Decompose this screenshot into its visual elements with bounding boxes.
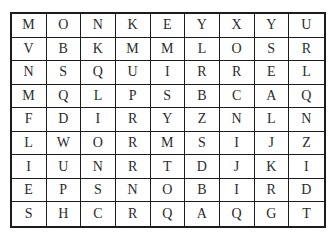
- grid-cell-r4c7[interactable]: C: [220, 85, 255, 109]
- grid-cell-r4c8[interactable]: A: [255, 85, 290, 109]
- grid-cell-r3c8[interactable]: E: [255, 61, 290, 85]
- grid-cell-r5c1[interactable]: F: [12, 108, 47, 132]
- grid-cell-r1c6[interactable]: Y: [185, 14, 220, 38]
- grid-cell-r9c4[interactable]: R: [116, 202, 151, 226]
- cell-letter: B: [197, 89, 207, 103]
- word-search-grid: MONKEYXYUVBKMMLOSRNSQUIRRELMQLPSBCAQFDIR…: [10, 12, 326, 228]
- grid-cell-r9c7[interactable]: Q: [220, 202, 255, 226]
- grid-cell-r6c8[interactable]: J: [255, 132, 290, 156]
- cell-letter: N: [301, 112, 312, 126]
- cell-letter: H: [58, 207, 69, 221]
- cell-letter: C: [232, 89, 242, 103]
- grid-cell-r9c2[interactable]: H: [47, 202, 82, 226]
- cell-letter: J: [234, 160, 240, 174]
- grid-cell-r2c4[interactable]: M: [116, 38, 151, 62]
- grid-cell-r6c9[interactable]: Z: [289, 132, 324, 156]
- grid-cell-r4c4[interactable]: P: [116, 85, 151, 109]
- grid-cell-r9c9[interactable]: T: [289, 202, 324, 226]
- cell-letter: M: [161, 136, 174, 150]
- cell-letter: A: [197, 207, 208, 221]
- grid-cell-r2c1[interactable]: V: [12, 38, 47, 62]
- grid-cell-r6c1[interactable]: L: [12, 132, 47, 156]
- cell-letter: E: [163, 18, 172, 32]
- grid-cell-r2c6[interactable]: L: [185, 38, 220, 62]
- grid-cell-r7c9[interactable]: I: [289, 155, 324, 179]
- grid-cell-r8c8[interactable]: R: [255, 179, 290, 203]
- cell-letter: R: [128, 112, 138, 126]
- grid-cell-r1c8[interactable]: Y: [255, 14, 290, 38]
- grid-cell-r3c3[interactable]: Q: [81, 61, 116, 85]
- cell-letter: E: [267, 65, 276, 79]
- grid-cell-r3c5[interactable]: I: [151, 61, 186, 85]
- grid-cell-r4c2[interactable]: Q: [47, 85, 82, 109]
- grid-cell-r4c5[interactable]: S: [151, 85, 186, 109]
- cell-letter: S: [25, 207, 33, 221]
- grid-cell-r6c6[interactable]: S: [185, 132, 220, 156]
- grid-cell-r6c4[interactable]: R: [116, 132, 151, 156]
- grid-cell-r3c6[interactable]: R: [185, 61, 220, 85]
- grid-cell-r1c3[interactable]: N: [81, 14, 116, 38]
- cell-letter: Y: [266, 18, 277, 32]
- grid-cell-r8c7[interactable]: I: [220, 179, 255, 203]
- grid-cell-r6c5[interactable]: M: [151, 132, 186, 156]
- grid-cell-r4c1[interactable]: M: [12, 85, 47, 109]
- cell-letter: S: [163, 89, 171, 103]
- cell-letter: A: [266, 89, 277, 103]
- grid-cell-r1c2[interactable]: O: [47, 14, 82, 38]
- grid-cell-r7c6[interactable]: D: [185, 155, 220, 179]
- grid-cell-r8c9[interactable]: D: [289, 179, 324, 203]
- cell-letter: U: [58, 160, 69, 174]
- cell-letter: M: [22, 18, 35, 32]
- cell-letter: R: [128, 136, 138, 150]
- cell-letter: J: [269, 136, 275, 150]
- cell-letter: S: [267, 42, 275, 56]
- cell-letter: I: [165, 65, 170, 79]
- cell-letter: R: [197, 65, 207, 79]
- cell-letter: M: [161, 42, 174, 56]
- cell-letter: F: [25, 112, 33, 126]
- cell-letter: Q: [93, 65, 104, 79]
- cell-letter: L: [302, 65, 311, 79]
- cell-letter: D: [301, 183, 312, 197]
- grid-cell-r7c1[interactable]: I: [12, 155, 47, 179]
- cell-letter: U: [128, 65, 139, 79]
- grid-cell-r8c2[interactable]: P: [47, 179, 82, 203]
- grid-cell-r1c4[interactable]: K: [116, 14, 151, 38]
- grid-cell-r2c3[interactable]: K: [81, 38, 116, 62]
- cell-letter: M: [22, 89, 35, 103]
- grid-cell-r5c3[interactable]: I: [81, 108, 116, 132]
- cell-letter: T: [163, 160, 172, 174]
- grid-cell-r5c2[interactable]: D: [47, 108, 82, 132]
- grid-cell-r7c7[interactable]: J: [220, 155, 255, 179]
- cell-letter: B: [59, 42, 69, 56]
- grid-cell-r1c9[interactable]: U: [289, 14, 324, 38]
- grid-cell-r6c2[interactable]: W: [47, 132, 82, 156]
- grid-cell-r9c6[interactable]: A: [185, 202, 220, 226]
- grid-cell-r8c5[interactable]: O: [151, 179, 186, 203]
- cell-letter: N: [232, 112, 243, 126]
- grid-cell-r7c4[interactable]: R: [116, 155, 151, 179]
- grid-cell-r1c5[interactable]: E: [151, 14, 186, 38]
- grid-cell-r3c9[interactable]: L: [289, 61, 324, 85]
- cell-letter: P: [129, 89, 137, 103]
- cell-letter: Z: [302, 136, 311, 150]
- grid-cell-r1c7[interactable]: X: [220, 14, 255, 38]
- grid-cell-r9c8[interactable]: G: [255, 202, 290, 226]
- grid-cell-r6c3[interactable]: O: [81, 132, 116, 156]
- cell-letter: Q: [232, 207, 243, 221]
- cell-letter: R: [128, 207, 138, 221]
- cell-letter: R: [267, 183, 277, 197]
- grid-cell-r2c9[interactable]: R: [289, 38, 324, 62]
- grid-cell-r8c3[interactable]: S: [81, 179, 116, 203]
- cell-letter: O: [232, 42, 243, 56]
- grid-cell-r4c6[interactable]: B: [185, 85, 220, 109]
- grid-cell-r3c2[interactable]: S: [47, 61, 82, 85]
- cell-letter: I: [26, 160, 31, 174]
- cell-letter: N: [93, 18, 104, 32]
- grid-cell-r9c5[interactable]: Q: [151, 202, 186, 226]
- grid-cell-r5c7[interactable]: N: [220, 108, 255, 132]
- cell-letter: K: [93, 42, 104, 56]
- cell-letter: S: [94, 183, 102, 197]
- cell-letter: O: [58, 18, 69, 32]
- cell-letter: Y: [162, 112, 173, 126]
- cell-letter: T: [302, 207, 311, 221]
- cell-letter: Q: [301, 89, 312, 103]
- cell-letter: N: [93, 160, 104, 174]
- grid-cell-r9c3[interactable]: C: [81, 202, 116, 226]
- cell-letter: K: [128, 18, 139, 32]
- cell-letter: R: [232, 65, 242, 79]
- grid-cell-r5c6[interactable]: Z: [185, 108, 220, 132]
- cell-letter: S: [59, 65, 67, 79]
- cell-letter: D: [197, 160, 208, 174]
- grid-cell-r7c8[interactable]: K: [255, 155, 290, 179]
- cell-letter: L: [198, 42, 207, 56]
- grid-cell-r3c1[interactable]: N: [12, 61, 47, 85]
- cell-letter: R: [128, 160, 138, 174]
- cell-letter: W: [57, 136, 71, 150]
- grid-cell-r4c3[interactable]: L: [81, 85, 116, 109]
- cell-letter: N: [24, 65, 35, 79]
- cell-letter: G: [266, 207, 277, 221]
- cell-letter: L: [267, 112, 276, 126]
- cell-letter: O: [93, 136, 104, 150]
- cell-letter: V: [24, 42, 35, 56]
- cell-letter: M: [126, 42, 139, 56]
- grid-cell-r5c4[interactable]: R: [116, 108, 151, 132]
- cell-letter: S: [198, 136, 206, 150]
- grid-cell-r2c5[interactable]: M: [151, 38, 186, 62]
- grid-cell-r9c1[interactable]: S: [12, 202, 47, 226]
- cell-letter: E: [24, 183, 33, 197]
- grid-cell-r6c7[interactable]: I: [220, 132, 255, 156]
- cell-letter: U: [301, 18, 312, 32]
- cell-letter: Y: [197, 18, 208, 32]
- cell-letter: I: [234, 183, 239, 197]
- grid-cell-r3c4[interactable]: U: [116, 61, 151, 85]
- grid-cell-r3c7[interactable]: R: [220, 61, 255, 85]
- cell-letter: X: [232, 18, 243, 32]
- grid-cell-r7c5[interactable]: T: [151, 155, 186, 179]
- cell-letter: C: [93, 207, 103, 221]
- grid-cell-r1c1[interactable]: M: [12, 14, 47, 38]
- cell-letter: Q: [58, 89, 69, 103]
- word-search-page: MONKEYXYUVBKMMLOSRNSQUIRRELMQLPSBCAQFDIR…: [0, 0, 335, 244]
- grid-cell-r5c5[interactable]: Y: [151, 108, 186, 132]
- cell-letter: O: [162, 183, 173, 197]
- grid-cell-r5c9[interactable]: N: [289, 108, 324, 132]
- cell-letter: I: [234, 136, 239, 150]
- cell-letter: K: [266, 160, 277, 174]
- cell-letter: B: [197, 183, 207, 197]
- grid-cell-r7c3[interactable]: N: [81, 155, 116, 179]
- cell-letter: L: [24, 136, 33, 150]
- cell-letter: N: [128, 183, 139, 197]
- cell-letter: Z: [198, 112, 207, 126]
- grid-cell-r8c6[interactable]: B: [185, 179, 220, 203]
- grid-cell-r5c8[interactable]: L: [255, 108, 290, 132]
- grid-cell-r8c4[interactable]: N: [116, 179, 151, 203]
- cell-letter: I: [96, 112, 101, 126]
- grid-cell-r8c1[interactable]: E: [12, 179, 47, 203]
- cell-letter: P: [59, 183, 67, 197]
- grid-cell-r2c8[interactable]: S: [255, 38, 290, 62]
- grid-cell-r2c7[interactable]: O: [220, 38, 255, 62]
- cell-letter: R: [302, 42, 312, 56]
- grid-cell-r2c2[interactable]: B: [47, 38, 82, 62]
- cell-letter: I: [304, 160, 309, 174]
- cell-letter: D: [58, 112, 69, 126]
- cell-letter: Q: [162, 207, 173, 221]
- cell-letter: L: [94, 89, 103, 103]
- grid-cell-r4c9[interactable]: Q: [289, 85, 324, 109]
- grid-cell-r7c2[interactable]: U: [47, 155, 82, 179]
